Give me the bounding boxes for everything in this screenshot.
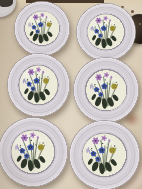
flora-motif bbox=[11, 130, 54, 173]
plate-top-left bbox=[14, 1, 70, 56]
flora-motif bbox=[87, 14, 124, 50]
bowl-speck bbox=[139, 23, 141, 25]
flora-motif bbox=[86, 70, 127, 111]
plate-middle-right bbox=[73, 57, 139, 123]
plate-bottom-left bbox=[0, 117, 68, 187]
plate-bottom-right bbox=[69, 120, 140, 189]
plate-middle-left bbox=[7, 53, 70, 117]
photo-scene bbox=[0, 0, 142, 189]
flora-motif bbox=[19, 65, 58, 105]
plate-top-right bbox=[76, 3, 136, 61]
flora-motif bbox=[25, 11, 60, 45]
flora-motif bbox=[82, 133, 126, 176]
table-speck bbox=[131, 10, 134, 13]
